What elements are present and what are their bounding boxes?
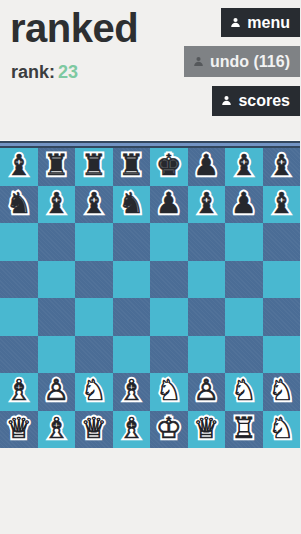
menu-button-label: menu xyxy=(247,13,290,32)
square-h7[interactable]: ♝♝ xyxy=(263,186,301,224)
piece-white-queen[interactable]: ♛♛♕ xyxy=(75,411,113,449)
person-icon xyxy=(230,17,241,28)
square-h4[interactable] xyxy=(263,298,301,336)
square-f1[interactable]: ♛♛♕ xyxy=(188,411,226,449)
chess-board: ♝♝♜♜♜♜♜♜♚♚♟♟♝♝♝♝♞♞♝♝♝♝♞♞♟♟♝♝♟♟♝♝♝♝♗♟♟♙♞♞… xyxy=(0,148,300,448)
square-d5[interactable] xyxy=(113,261,151,299)
piece-white-knight[interactable]: ♞♞♘ xyxy=(150,373,188,411)
piece-black-knight[interactable]: ♞♞ xyxy=(113,186,151,224)
person-icon xyxy=(193,56,204,67)
piece-black-bishop[interactable]: ♝♝ xyxy=(263,148,301,186)
square-a8[interactable]: ♝♝ xyxy=(0,148,38,186)
piece-white-pawn[interactable]: ♟♟♙ xyxy=(188,373,226,411)
piece-black-bishop[interactable]: ♝♝ xyxy=(0,148,38,186)
square-a6[interactable] xyxy=(0,223,38,261)
piece-black-bishop[interactable]: ♝♝ xyxy=(225,148,263,186)
square-f7[interactable]: ♝♝ xyxy=(188,186,226,224)
piece-black-pawn[interactable]: ♟♟ xyxy=(150,186,188,224)
square-g3[interactable] xyxy=(225,336,263,374)
square-b8[interactable]: ♜♜ xyxy=(38,148,76,186)
piece-black-bishop[interactable]: ♝♝ xyxy=(188,186,226,224)
rank-value: 23 xyxy=(58,62,78,82)
piece-white-bishop[interactable]: ♝♝♗ xyxy=(0,373,38,411)
piece-black-bishop[interactable]: ♝♝ xyxy=(75,186,113,224)
square-a5[interactable] xyxy=(0,261,38,299)
square-d2[interactable]: ♝♝♗ xyxy=(113,373,151,411)
scores-button-label: scores xyxy=(238,91,290,110)
piece-black-bishop[interactable]: ♝♝ xyxy=(38,186,76,224)
square-g7[interactable]: ♟♟ xyxy=(225,186,263,224)
square-g5[interactable] xyxy=(225,261,263,299)
square-b1[interactable]: ♝♝♗ xyxy=(38,411,76,449)
piece-white-bishop[interactable]: ♝♝♗ xyxy=(113,411,151,449)
square-h6[interactable] xyxy=(263,223,301,261)
square-g1[interactable]: ♜♜♖ xyxy=(225,411,263,449)
square-d1[interactable]: ♝♝♗ xyxy=(113,411,151,449)
undo-button[interactable]: undo (116) xyxy=(184,46,300,77)
square-f2[interactable]: ♟♟♙ xyxy=(188,373,226,411)
square-b2[interactable]: ♟♟♙ xyxy=(38,373,76,411)
square-a2[interactable]: ♝♝♗ xyxy=(0,373,38,411)
square-h2[interactable]: ♞♞♘ xyxy=(263,373,301,411)
piece-white-knight[interactable]: ♞♞♘ xyxy=(263,373,301,411)
square-h1[interactable]: ♞♞♘ xyxy=(263,411,301,449)
header-buttons: menu undo (116) scores xyxy=(184,8,300,116)
square-c6[interactable] xyxy=(75,223,113,261)
square-d8[interactable]: ♜♜ xyxy=(113,148,151,186)
square-e3[interactable] xyxy=(150,336,188,374)
piece-white-bishop[interactable]: ♝♝♗ xyxy=(113,373,151,411)
piece-black-pawn[interactable]: ♟♟ xyxy=(225,186,263,224)
rank-line: rank:23 xyxy=(11,62,78,83)
square-b5[interactable] xyxy=(38,261,76,299)
square-f5[interactable] xyxy=(188,261,226,299)
square-g4[interactable] xyxy=(225,298,263,336)
page-title: ranked xyxy=(10,6,138,51)
square-f3[interactable] xyxy=(188,336,226,374)
square-e8[interactable]: ♚♚ xyxy=(150,148,188,186)
app-screen: ranked rank:23 menu undo (116) s xyxy=(0,0,300,534)
piece-black-bishop[interactable]: ♝♝ xyxy=(263,186,301,224)
square-e6[interactable] xyxy=(150,223,188,261)
square-h8[interactable]: ♝♝ xyxy=(263,148,301,186)
piece-white-pawn[interactable]: ♟♟♙ xyxy=(38,373,76,411)
square-b3[interactable] xyxy=(38,336,76,374)
square-h3[interactable] xyxy=(263,336,301,374)
square-b4[interactable] xyxy=(38,298,76,336)
square-d7[interactable]: ♞♞ xyxy=(113,186,151,224)
piece-black-king[interactable]: ♚♚ xyxy=(150,148,188,186)
piece-white-knight[interactable]: ♞♞♘ xyxy=(225,373,263,411)
square-f4[interactable] xyxy=(188,298,226,336)
square-c8[interactable]: ♜♜ xyxy=(75,148,113,186)
square-c1[interactable]: ♛♛♕ xyxy=(75,411,113,449)
square-d4[interactable] xyxy=(113,298,151,336)
piece-black-rook[interactable]: ♜♜ xyxy=(113,148,151,186)
rank-label: rank: xyxy=(11,62,55,82)
square-d6[interactable] xyxy=(113,223,151,261)
board-top-border xyxy=(0,140,300,148)
menu-button[interactable]: menu xyxy=(221,8,300,37)
piece-white-queen[interactable]: ♛♛♕ xyxy=(188,411,226,449)
piece-black-rook[interactable]: ♜♜ xyxy=(38,148,76,186)
piece-black-pawn[interactable]: ♟♟ xyxy=(188,148,226,186)
square-a3[interactable] xyxy=(0,336,38,374)
square-f8[interactable]: ♟♟ xyxy=(188,148,226,186)
square-b7[interactable]: ♝♝ xyxy=(38,186,76,224)
square-a7[interactable]: ♞♞ xyxy=(0,186,38,224)
square-d3[interactable] xyxy=(113,336,151,374)
piece-black-knight[interactable]: ♞♞ xyxy=(0,186,38,224)
square-g2[interactable]: ♞♞♘ xyxy=(225,373,263,411)
square-c2[interactable]: ♞♞♘ xyxy=(75,373,113,411)
piece-white-knight[interactable]: ♞♞♘ xyxy=(75,373,113,411)
square-a4[interactable] xyxy=(0,298,38,336)
undo-button-label: undo (116) xyxy=(210,52,290,71)
square-g6[interactable] xyxy=(225,223,263,261)
piece-white-knight[interactable]: ♞♞♘ xyxy=(263,411,301,449)
square-e5[interactable] xyxy=(150,261,188,299)
square-c7[interactable]: ♝♝ xyxy=(75,186,113,224)
square-e2[interactable]: ♞♞♘ xyxy=(150,373,188,411)
piece-white-bishop[interactable]: ♝♝♗ xyxy=(38,411,76,449)
square-e4[interactable] xyxy=(150,298,188,336)
square-b6[interactable] xyxy=(38,223,76,261)
piece-white-queen[interactable]: ♛♛♕ xyxy=(0,411,38,449)
person-icon xyxy=(221,95,232,106)
piece-white-rook[interactable]: ♜♜♖ xyxy=(225,411,263,449)
square-c5[interactable] xyxy=(75,261,113,299)
square-f6[interactable] xyxy=(188,223,226,261)
piece-white-king[interactable]: ♚♚♔ xyxy=(150,411,188,449)
piece-black-rook[interactable]: ♜♜ xyxy=(75,148,113,186)
header: ranked rank:23 menu undo (116) s xyxy=(0,0,300,141)
scores-button[interactable]: scores xyxy=(212,86,300,115)
square-c4[interactable] xyxy=(75,298,113,336)
square-e1[interactable]: ♚♚♔ xyxy=(150,411,188,449)
square-h5[interactable] xyxy=(263,261,301,299)
square-c3[interactable] xyxy=(75,336,113,374)
square-g8[interactable]: ♝♝ xyxy=(225,148,263,186)
square-a1[interactable]: ♛♛♕ xyxy=(0,411,38,449)
footer-space xyxy=(0,448,300,534)
square-e7[interactable]: ♟♟ xyxy=(150,186,188,224)
